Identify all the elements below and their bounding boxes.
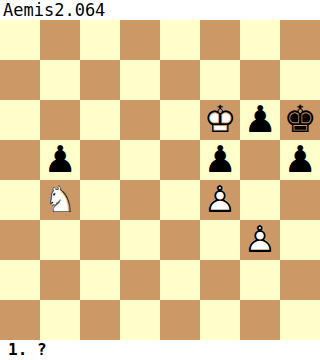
square-h4[interactable]: [280, 180, 320, 220]
square-c3[interactable]: [80, 220, 120, 260]
square-f8[interactable]: [200, 20, 240, 60]
square-a7[interactable]: [0, 60, 40, 100]
square-f4[interactable]: ♟♙: [200, 180, 240, 220]
black-king-icon: ♚: [283, 100, 316, 140]
square-g6[interactable]: ♟: [240, 100, 280, 140]
white-pawn-icon: ♙: [243, 220, 276, 260]
square-h5[interactable]: ♟: [280, 140, 320, 180]
square-d6[interactable]: [120, 100, 160, 140]
black-pawn-icon: ♟: [283, 140, 316, 180]
square-h8[interactable]: [280, 20, 320, 60]
square-g1[interactable]: [240, 300, 280, 340]
square-b4[interactable]: ♞♘: [40, 180, 80, 220]
square-a5[interactable]: [0, 140, 40, 180]
piece-black-pawn: ♟: [40, 140, 80, 180]
square-g8[interactable]: [240, 20, 280, 60]
piece-black-pawn: ♟: [200, 140, 240, 180]
square-f3[interactable]: [200, 220, 240, 260]
piece-white-pawn: ♟♙: [200, 180, 240, 220]
piece-white-pawn: ♟♙: [240, 220, 280, 260]
square-h2[interactable]: [280, 260, 320, 300]
puzzle-title: Aemis2.064: [0, 0, 320, 20]
square-e4[interactable]: [160, 180, 200, 220]
square-f2[interactable]: [200, 260, 240, 300]
square-d7[interactable]: [120, 60, 160, 100]
square-a1[interactable]: [0, 300, 40, 340]
square-g2[interactable]: [240, 260, 280, 300]
chess-puzzle-window: Aemis2.064 ♚♔♟♚♟♟♟♞♘♟♙♟♙ 1. ?: [0, 0, 320, 360]
square-e3[interactable]: [160, 220, 200, 260]
square-g7[interactable]: [240, 60, 280, 100]
square-b5[interactable]: ♟: [40, 140, 80, 180]
square-d5[interactable]: [120, 140, 160, 180]
square-e7[interactable]: [160, 60, 200, 100]
piece-black-pawn: ♟: [240, 100, 280, 140]
square-a6[interactable]: [0, 100, 40, 140]
square-c6[interactable]: [80, 100, 120, 140]
square-g4[interactable]: [240, 180, 280, 220]
piece-black-king: ♚: [280, 100, 320, 140]
piece-white-king: ♚♔: [200, 100, 240, 140]
square-f1[interactable]: [200, 300, 240, 340]
square-c2[interactable]: [80, 260, 120, 300]
square-e6[interactable]: [160, 100, 200, 140]
square-d3[interactable]: [120, 220, 160, 260]
square-f5[interactable]: ♟: [200, 140, 240, 180]
square-c1[interactable]: [80, 300, 120, 340]
piece-black-pawn: ♟: [280, 140, 320, 180]
square-h3[interactable]: [280, 220, 320, 260]
square-b3[interactable]: [40, 220, 80, 260]
white-king-icon: ♔: [203, 100, 236, 140]
square-d2[interactable]: [120, 260, 160, 300]
black-pawn-icon: ♟: [203, 140, 236, 180]
move-prompt: 1. ?: [0, 340, 320, 360]
square-b6[interactable]: [40, 100, 80, 140]
square-c8[interactable]: [80, 20, 120, 60]
square-b1[interactable]: [40, 300, 80, 340]
square-a4[interactable]: [0, 180, 40, 220]
square-b7[interactable]: [40, 60, 80, 100]
square-a2[interactable]: [0, 260, 40, 300]
white-pawn-body: ♟: [203, 180, 236, 220]
square-e1[interactable]: [160, 300, 200, 340]
square-e5[interactable]: [160, 140, 200, 180]
white-knight-icon: ♘: [43, 180, 76, 220]
white-knight-body: ♞: [43, 180, 76, 220]
black-pawn-icon: ♟: [243, 100, 276, 140]
white-king-body: ♚: [203, 100, 236, 140]
square-b2[interactable]: [40, 260, 80, 300]
chess-board: ♚♔♟♚♟♟♟♞♘♟♙♟♙: [0, 20, 320, 340]
square-f6[interactable]: ♚♔: [200, 100, 240, 140]
square-h6[interactable]: ♚: [280, 100, 320, 140]
square-g3[interactable]: ♟♙: [240, 220, 280, 260]
square-f7[interactable]: [200, 60, 240, 100]
square-a8[interactable]: [0, 20, 40, 60]
square-d1[interactable]: [120, 300, 160, 340]
square-g5[interactable]: [240, 140, 280, 180]
square-h7[interactable]: [280, 60, 320, 100]
white-pawn-body: ♟: [243, 220, 276, 260]
square-e8[interactable]: [160, 20, 200, 60]
square-b8[interactable]: [40, 20, 80, 60]
black-pawn-icon: ♟: [43, 140, 76, 180]
square-c5[interactable]: [80, 140, 120, 180]
square-d4[interactable]: [120, 180, 160, 220]
square-c7[interactable]: [80, 60, 120, 100]
square-d8[interactable]: [120, 20, 160, 60]
piece-white-knight: ♞♘: [40, 180, 80, 220]
white-pawn-icon: ♙: [203, 180, 236, 220]
square-c4[interactable]: [80, 180, 120, 220]
square-a3[interactable]: [0, 220, 40, 260]
square-h1[interactable]: [280, 300, 320, 340]
square-e2[interactable]: [160, 260, 200, 300]
